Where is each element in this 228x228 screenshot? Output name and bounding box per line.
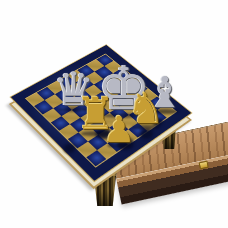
piece-gold-pawn[interactable]: ♟ — [103, 112, 135, 148]
product-photo: ♛ ♚ ♝ ♜ ♞ ♟ — [0, 0, 228, 228]
piece-reflection — [64, 144, 75, 153]
